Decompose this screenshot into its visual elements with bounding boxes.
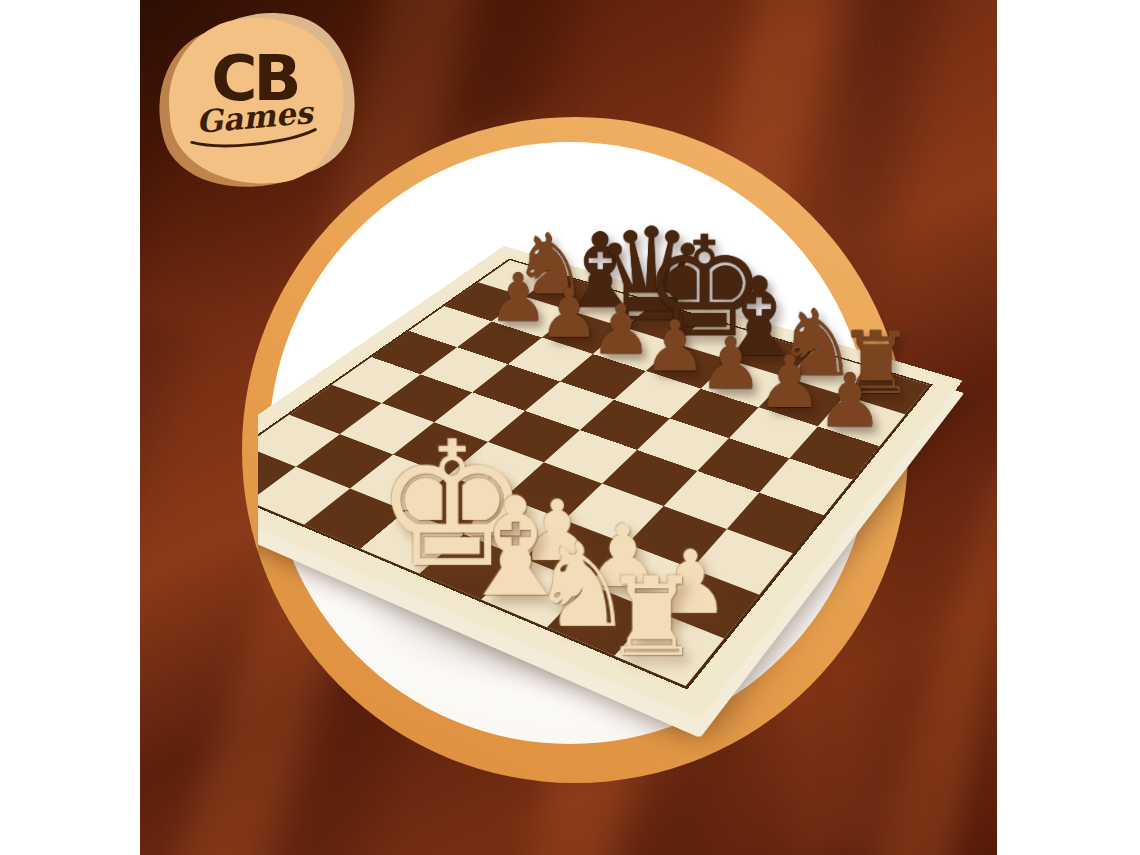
square-a2 <box>245 415 341 467</box>
black-pawn-f7: ♟ <box>699 331 763 397</box>
black-pawn-h7: ♟ <box>816 366 883 434</box>
black-pawn-e7: ♟ <box>643 314 706 379</box>
white-rook-h1: ♜ <box>603 568 700 668</box>
chessboard-wrapper: ♞♝♛♚♝♞♜♟♟♟♟♟♟♟♟♟♟♟♚♝♞♜ <box>288 138 872 722</box>
product-image-canvas: ♞♝♛♚♝♞♜♟♟♟♟♟♟♟♟♟♟♟♚♝♞♜ CB Games <box>0 0 1140 855</box>
square-h4 <box>727 493 824 554</box>
cb-games-logo: CB Games <box>156 12 370 210</box>
square-d5 <box>525 381 614 430</box>
black-pawn-d7: ♟ <box>590 298 652 361</box>
chess-board-grid: ♞♝♛♚♝♞♜♟♟♟♟♟♟♟♟♟♟♟♚♝♞♜ <box>192 258 932 689</box>
logo-text-block: CB Games <box>156 42 353 149</box>
black-pawn-g7: ♟ <box>756 348 821 415</box>
photo-backdrop: ♞♝♛♚♝♞♜♟♟♟♟♟♟♟♟♟♟♟♚♝♞♜ CB Games <box>140 0 997 855</box>
wooden-chessboard: ♞♝♛♚♝♞♜♟♟♟♟♟♟♟♟♟♟♟♚♝♞♜ <box>156 246 963 719</box>
square-f5 <box>637 418 728 470</box>
